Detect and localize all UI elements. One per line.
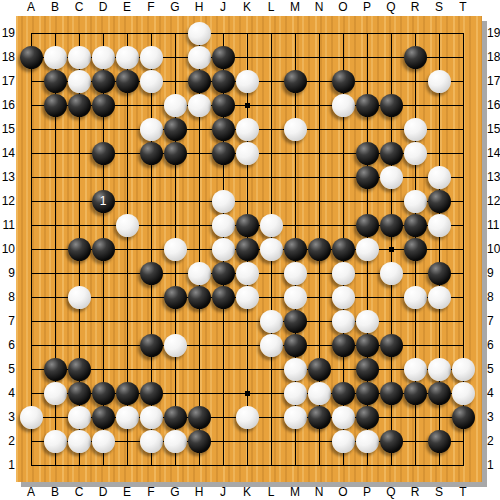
intersection-M11[interactable] [283, 213, 307, 237]
intersection-K1[interactable] [235, 453, 259, 477]
intersection-E9[interactable] [115, 261, 139, 285]
intersection-B11[interactable] [43, 213, 67, 237]
intersection-P10[interactable] [355, 237, 379, 261]
intersection-B6[interactable] [43, 333, 67, 357]
intersection-O5[interactable] [331, 357, 355, 381]
intersection-D9[interactable] [91, 261, 115, 285]
intersection-P6[interactable] [355, 333, 379, 357]
intersection-A9[interactable] [19, 261, 43, 285]
intersection-J3[interactable] [211, 405, 235, 429]
intersection-S12[interactable] [427, 189, 451, 213]
intersection-A12[interactable] [19, 189, 43, 213]
intersection-A3[interactable] [19, 405, 43, 429]
intersection-H3[interactable] [187, 405, 211, 429]
intersection-D10[interactable] [91, 237, 115, 261]
intersection-R10[interactable] [403, 237, 427, 261]
intersection-E18[interactable] [115, 45, 139, 69]
intersection-E2[interactable] [115, 429, 139, 453]
intersection-J14[interactable] [211, 141, 235, 165]
intersection-C13[interactable] [67, 165, 91, 189]
intersection-S7[interactable] [427, 309, 451, 333]
intersection-H11[interactable] [187, 213, 211, 237]
intersection-N11[interactable] [307, 213, 331, 237]
intersection-H2[interactable] [187, 429, 211, 453]
intersection-R18[interactable] [403, 45, 427, 69]
intersection-T18[interactable] [451, 45, 475, 69]
intersection-L1[interactable] [259, 453, 283, 477]
intersection-C7[interactable] [67, 309, 91, 333]
intersection-G14[interactable] [163, 141, 187, 165]
intersection-H1[interactable] [187, 453, 211, 477]
intersection-N19[interactable] [307, 21, 331, 45]
intersection-H19[interactable] [187, 21, 211, 45]
intersection-Q9[interactable] [379, 261, 403, 285]
intersection-F15[interactable] [139, 117, 163, 141]
intersection-O2[interactable] [331, 429, 355, 453]
intersection-G11[interactable] [163, 213, 187, 237]
intersection-B19[interactable] [43, 21, 67, 45]
intersection-A6[interactable] [19, 333, 43, 357]
intersection-M4[interactable] [283, 381, 307, 405]
intersection-S5[interactable] [427, 357, 451, 381]
intersection-F1[interactable] [139, 453, 163, 477]
intersection-G10[interactable] [163, 237, 187, 261]
intersection-N6[interactable] [307, 333, 331, 357]
intersection-F4[interactable] [139, 381, 163, 405]
intersection-J2[interactable] [211, 429, 235, 453]
intersection-Q2[interactable] [379, 429, 403, 453]
intersection-E11[interactable] [115, 213, 139, 237]
intersection-K2[interactable] [235, 429, 259, 453]
intersection-L2[interactable] [259, 429, 283, 453]
intersection-E16[interactable] [115, 93, 139, 117]
intersection-R15[interactable] [403, 117, 427, 141]
intersection-M8[interactable] [283, 285, 307, 309]
intersection-D13[interactable] [91, 165, 115, 189]
intersection-O9[interactable] [331, 261, 355, 285]
intersection-E1[interactable] [115, 453, 139, 477]
intersection-H12[interactable] [187, 189, 211, 213]
intersection-N2[interactable] [307, 429, 331, 453]
intersection-Q1[interactable] [379, 453, 403, 477]
intersection-C2[interactable] [67, 429, 91, 453]
intersection-J15[interactable] [211, 117, 235, 141]
intersection-R12[interactable] [403, 189, 427, 213]
intersection-M2[interactable] [283, 429, 307, 453]
intersection-O16[interactable] [331, 93, 355, 117]
intersection-F14[interactable] [139, 141, 163, 165]
intersection-O3[interactable] [331, 405, 355, 429]
intersection-T14[interactable] [451, 141, 475, 165]
intersection-M7[interactable] [283, 309, 307, 333]
intersection-M3[interactable] [283, 405, 307, 429]
intersection-C3[interactable] [67, 405, 91, 429]
intersection-P14[interactable] [355, 141, 379, 165]
intersection-C14[interactable] [67, 141, 91, 165]
intersection-E15[interactable] [115, 117, 139, 141]
intersection-T17[interactable] [451, 69, 475, 93]
intersection-F17[interactable] [139, 69, 163, 93]
intersection-T9[interactable] [451, 261, 475, 285]
intersection-G7[interactable] [163, 309, 187, 333]
intersection-T2[interactable] [451, 429, 475, 453]
intersection-F13[interactable] [139, 165, 163, 189]
intersection-E5[interactable] [115, 357, 139, 381]
intersection-C15[interactable] [67, 117, 91, 141]
intersection-B15[interactable] [43, 117, 67, 141]
intersection-R17[interactable] [403, 69, 427, 93]
intersection-C8[interactable] [67, 285, 91, 309]
intersection-N1[interactable] [307, 453, 331, 477]
intersection-O11[interactable] [331, 213, 355, 237]
intersection-R7[interactable] [403, 309, 427, 333]
intersection-C12[interactable] [67, 189, 91, 213]
intersection-R5[interactable] [403, 357, 427, 381]
intersection-O14[interactable] [331, 141, 355, 165]
intersection-N7[interactable] [307, 309, 331, 333]
intersection-K19[interactable] [235, 21, 259, 45]
intersection-C16[interactable] [67, 93, 91, 117]
intersection-T4[interactable] [451, 381, 475, 405]
intersection-M10[interactable] [283, 237, 307, 261]
intersection-L19[interactable] [259, 21, 283, 45]
intersection-T1[interactable] [451, 453, 475, 477]
intersection-S3[interactable] [427, 405, 451, 429]
intersection-Q15[interactable] [379, 117, 403, 141]
intersection-L17[interactable] [259, 69, 283, 93]
intersection-E14[interactable] [115, 141, 139, 165]
intersection-D15[interactable] [91, 117, 115, 141]
intersection-P4[interactable] [355, 381, 379, 405]
intersection-F18[interactable] [139, 45, 163, 69]
intersection-C18[interactable] [67, 45, 91, 69]
intersection-S4[interactable] [427, 381, 451, 405]
intersection-N3[interactable] [307, 405, 331, 429]
intersection-K3[interactable] [235, 405, 259, 429]
intersection-R2[interactable] [403, 429, 427, 453]
intersection-S18[interactable] [427, 45, 451, 69]
intersection-B16[interactable] [43, 93, 67, 117]
intersection-A8[interactable] [19, 285, 43, 309]
intersection-L14[interactable] [259, 141, 283, 165]
intersection-P13[interactable] [355, 165, 379, 189]
intersection-Q14[interactable] [379, 141, 403, 165]
intersection-P8[interactable] [355, 285, 379, 309]
intersection-G16[interactable] [163, 93, 187, 117]
intersection-B12[interactable] [43, 189, 67, 213]
intersection-N13[interactable] [307, 165, 331, 189]
intersection-L11[interactable] [259, 213, 283, 237]
intersection-L13[interactable] [259, 165, 283, 189]
intersection-B18[interactable] [43, 45, 67, 69]
intersection-C6[interactable] [67, 333, 91, 357]
intersection-L7[interactable] [259, 309, 283, 333]
intersection-A16[interactable] [19, 93, 43, 117]
intersection-P19[interactable] [355, 21, 379, 45]
intersection-K6[interactable] [235, 333, 259, 357]
intersection-G12[interactable] [163, 189, 187, 213]
intersection-S16[interactable] [427, 93, 451, 117]
intersection-T11[interactable] [451, 213, 475, 237]
intersection-G8[interactable] [163, 285, 187, 309]
intersection-N5[interactable] [307, 357, 331, 381]
intersection-F10[interactable] [139, 237, 163, 261]
intersection-J18[interactable] [211, 45, 235, 69]
intersection-S17[interactable] [427, 69, 451, 93]
intersection-K10[interactable] [235, 237, 259, 261]
intersection-P17[interactable] [355, 69, 379, 93]
intersection-T7[interactable] [451, 309, 475, 333]
intersection-Q10[interactable] [379, 237, 403, 261]
intersection-F19[interactable] [139, 21, 163, 45]
intersection-Q16[interactable] [379, 93, 403, 117]
intersection-A11[interactable] [19, 213, 43, 237]
intersection-N18[interactable] [307, 45, 331, 69]
intersection-E4[interactable] [115, 381, 139, 405]
intersection-J11[interactable] [211, 213, 235, 237]
intersection-R14[interactable] [403, 141, 427, 165]
intersection-H17[interactable] [187, 69, 211, 93]
intersection-Q4[interactable] [379, 381, 403, 405]
intersection-D18[interactable] [91, 45, 115, 69]
intersection-R11[interactable] [403, 213, 427, 237]
intersection-J9[interactable] [211, 261, 235, 285]
intersection-O15[interactable] [331, 117, 355, 141]
intersection-T6[interactable] [451, 333, 475, 357]
intersection-O19[interactable] [331, 21, 355, 45]
intersection-D5[interactable] [91, 357, 115, 381]
intersection-C19[interactable] [67, 21, 91, 45]
intersection-S14[interactable] [427, 141, 451, 165]
intersection-E7[interactable] [115, 309, 139, 333]
intersection-R4[interactable] [403, 381, 427, 405]
intersection-B5[interactable] [43, 357, 67, 381]
intersection-G15[interactable] [163, 117, 187, 141]
intersection-B8[interactable] [43, 285, 67, 309]
intersection-F16[interactable] [139, 93, 163, 117]
intersection-G17[interactable] [163, 69, 187, 93]
intersection-H15[interactable] [187, 117, 211, 141]
intersection-H9[interactable] [187, 261, 211, 285]
intersection-F3[interactable] [139, 405, 163, 429]
intersection-T19[interactable] [451, 21, 475, 45]
intersection-Q5[interactable] [379, 357, 403, 381]
intersection-D2[interactable] [91, 429, 115, 453]
intersection-O8[interactable] [331, 285, 355, 309]
intersection-C5[interactable] [67, 357, 91, 381]
intersection-J12[interactable] [211, 189, 235, 213]
intersection-N17[interactable] [307, 69, 331, 93]
intersection-E17[interactable] [115, 69, 139, 93]
intersection-R1[interactable] [403, 453, 427, 477]
intersection-F7[interactable] [139, 309, 163, 333]
intersection-A7[interactable] [19, 309, 43, 333]
intersection-K12[interactable] [235, 189, 259, 213]
intersection-H14[interactable] [187, 141, 211, 165]
intersection-L4[interactable] [259, 381, 283, 405]
intersection-B13[interactable] [43, 165, 67, 189]
intersection-N12[interactable] [307, 189, 331, 213]
intersection-R13[interactable] [403, 165, 427, 189]
intersection-D3[interactable] [91, 405, 115, 429]
intersection-A15[interactable] [19, 117, 43, 141]
intersection-J4[interactable] [211, 381, 235, 405]
intersection-L15[interactable] [259, 117, 283, 141]
intersection-P2[interactable] [355, 429, 379, 453]
intersection-G3[interactable] [163, 405, 187, 429]
intersection-M17[interactable] [283, 69, 307, 93]
intersection-P5[interactable] [355, 357, 379, 381]
intersection-S11[interactable] [427, 213, 451, 237]
intersection-B7[interactable] [43, 309, 67, 333]
intersection-A4[interactable] [19, 381, 43, 405]
intersection-H8[interactable] [187, 285, 211, 309]
intersection-L5[interactable] [259, 357, 283, 381]
intersection-K4[interactable] [235, 381, 259, 405]
intersection-M12[interactable] [283, 189, 307, 213]
intersection-K14[interactable] [235, 141, 259, 165]
intersection-P9[interactable] [355, 261, 379, 285]
intersection-P16[interactable] [355, 93, 379, 117]
intersection-G4[interactable] [163, 381, 187, 405]
intersection-P7[interactable] [355, 309, 379, 333]
intersection-F11[interactable] [139, 213, 163, 237]
intersection-Q12[interactable] [379, 189, 403, 213]
intersection-F6[interactable] [139, 333, 163, 357]
intersection-H7[interactable] [187, 309, 211, 333]
intersection-D7[interactable] [91, 309, 115, 333]
intersection-G9[interactable] [163, 261, 187, 285]
intersection-R3[interactable] [403, 405, 427, 429]
intersection-H10[interactable] [187, 237, 211, 261]
intersection-P1[interactable] [355, 453, 379, 477]
intersection-P3[interactable] [355, 405, 379, 429]
intersection-G1[interactable] [163, 453, 187, 477]
intersection-K17[interactable] [235, 69, 259, 93]
intersection-L6[interactable] [259, 333, 283, 357]
intersection-T3[interactable] [451, 405, 475, 429]
intersection-E6[interactable] [115, 333, 139, 357]
intersection-R6[interactable] [403, 333, 427, 357]
intersection-J17[interactable] [211, 69, 235, 93]
intersection-A5[interactable] [19, 357, 43, 381]
intersection-N8[interactable] [307, 285, 331, 309]
intersection-D11[interactable] [91, 213, 115, 237]
intersection-C1[interactable] [67, 453, 91, 477]
intersection-K15[interactable] [235, 117, 259, 141]
intersection-M16[interactable] [283, 93, 307, 117]
intersection-K11[interactable] [235, 213, 259, 237]
intersection-S19[interactable] [427, 21, 451, 45]
intersection-D6[interactable] [91, 333, 115, 357]
intersection-L10[interactable] [259, 237, 283, 261]
intersection-K8[interactable] [235, 285, 259, 309]
intersection-O12[interactable] [331, 189, 355, 213]
intersection-M14[interactable] [283, 141, 307, 165]
intersection-S6[interactable] [427, 333, 451, 357]
intersection-F5[interactable] [139, 357, 163, 381]
intersection-P12[interactable] [355, 189, 379, 213]
intersection-G13[interactable] [163, 165, 187, 189]
intersection-J8[interactable] [211, 285, 235, 309]
intersection-B14[interactable] [43, 141, 67, 165]
intersection-Q13[interactable] [379, 165, 403, 189]
intersection-B9[interactable] [43, 261, 67, 285]
intersection-E10[interactable] [115, 237, 139, 261]
intersection-M13[interactable] [283, 165, 307, 189]
intersection-H16[interactable] [187, 93, 211, 117]
intersection-G5[interactable] [163, 357, 187, 381]
intersection-E8[interactable] [115, 285, 139, 309]
intersection-N9[interactable] [307, 261, 331, 285]
intersection-G18[interactable] [163, 45, 187, 69]
intersection-D14[interactable] [91, 141, 115, 165]
intersection-A13[interactable] [19, 165, 43, 189]
intersection-Q3[interactable] [379, 405, 403, 429]
intersection-M6[interactable] [283, 333, 307, 357]
intersection-O13[interactable] [331, 165, 355, 189]
intersection-B2[interactable] [43, 429, 67, 453]
intersection-S9[interactable] [427, 261, 451, 285]
intersection-B4[interactable] [43, 381, 67, 405]
intersection-O6[interactable] [331, 333, 355, 357]
intersection-Q17[interactable] [379, 69, 403, 93]
intersection-M19[interactable] [283, 21, 307, 45]
intersection-C10[interactable] [67, 237, 91, 261]
intersection-B17[interactable] [43, 69, 67, 93]
intersection-O4[interactable] [331, 381, 355, 405]
intersection-P11[interactable] [355, 213, 379, 237]
intersection-M18[interactable] [283, 45, 307, 69]
intersection-K7[interactable] [235, 309, 259, 333]
intersection-P15[interactable] [355, 117, 379, 141]
intersection-O18[interactable] [331, 45, 355, 69]
intersection-R8[interactable] [403, 285, 427, 309]
intersection-L9[interactable] [259, 261, 283, 285]
intersection-N16[interactable] [307, 93, 331, 117]
intersection-A14[interactable] [19, 141, 43, 165]
intersection-B3[interactable] [43, 405, 67, 429]
intersection-S15[interactable] [427, 117, 451, 141]
intersection-G6[interactable] [163, 333, 187, 357]
intersection-J7[interactable] [211, 309, 235, 333]
intersection-E3[interactable] [115, 405, 139, 429]
intersection-J10[interactable] [211, 237, 235, 261]
intersection-Q7[interactable] [379, 309, 403, 333]
intersection-H4[interactable] [187, 381, 211, 405]
intersection-S13[interactable] [427, 165, 451, 189]
intersection-L3[interactable] [259, 405, 283, 429]
intersection-D8[interactable] [91, 285, 115, 309]
intersection-A18[interactable] [19, 45, 43, 69]
intersection-C4[interactable] [67, 381, 91, 405]
intersection-S10[interactable] [427, 237, 451, 261]
intersection-H18[interactable] [187, 45, 211, 69]
intersection-L16[interactable] [259, 93, 283, 117]
intersection-H5[interactable] [187, 357, 211, 381]
intersection-O7[interactable] [331, 309, 355, 333]
intersection-R19[interactable] [403, 21, 427, 45]
intersection-E13[interactable] [115, 165, 139, 189]
intersection-O10[interactable] [331, 237, 355, 261]
intersection-B10[interactable] [43, 237, 67, 261]
intersection-C9[interactable] [67, 261, 91, 285]
intersection-M9[interactable] [283, 261, 307, 285]
intersection-M5[interactable] [283, 357, 307, 381]
intersection-H13[interactable] [187, 165, 211, 189]
intersection-M1[interactable] [283, 453, 307, 477]
intersection-G2[interactable] [163, 429, 187, 453]
